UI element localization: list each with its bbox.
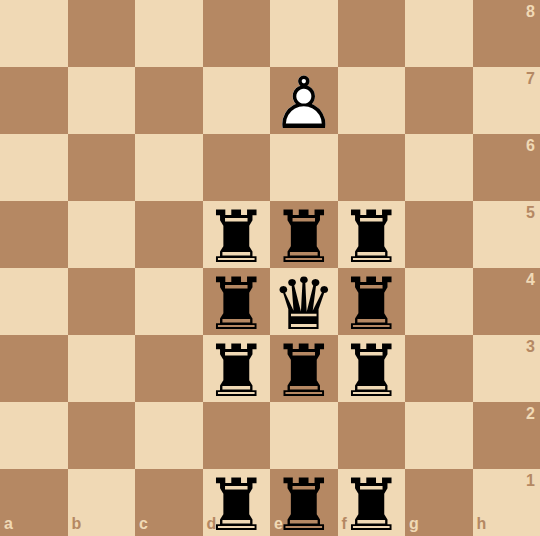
piece-black-rook[interactable]: ♜ xyxy=(270,203,338,270)
rank-label-4: 4 xyxy=(526,272,535,288)
piece-black-rook[interactable]: ♜ xyxy=(203,337,271,404)
square-h1[interactable]: h1 xyxy=(473,469,540,536)
square-b7[interactable] xyxy=(68,67,136,134)
square-f6[interactable] xyxy=(338,134,406,201)
square-b1[interactable]: b xyxy=(68,469,136,536)
square-e1[interactable]: e♜ xyxy=(270,469,338,536)
square-c4[interactable] xyxy=(135,268,203,335)
square-d6[interactable] xyxy=(203,134,271,201)
square-g6[interactable] xyxy=(405,134,473,201)
square-b4[interactable] xyxy=(68,268,136,335)
piece-black-rook[interactable]: ♜ xyxy=(203,203,271,270)
piece-black-rook[interactable]: ♜ xyxy=(203,270,271,337)
rank-label-8: 8 xyxy=(526,4,535,20)
square-e4[interactable]: ♛ xyxy=(270,268,338,335)
square-a7[interactable] xyxy=(0,67,68,134)
rank-label-5: 5 xyxy=(526,205,535,221)
square-f1[interactable]: f♜ xyxy=(338,469,406,536)
piece-black-rook[interactable]: ♜ xyxy=(270,337,338,404)
square-g8[interactable] xyxy=(405,0,473,67)
square-b2[interactable] xyxy=(68,402,136,469)
square-d8[interactable] xyxy=(203,0,271,67)
square-g1[interactable]: g xyxy=(405,469,473,536)
square-f5[interactable]: ♜ xyxy=(338,201,406,268)
square-b8[interactable] xyxy=(68,0,136,67)
square-b5[interactable] xyxy=(68,201,136,268)
piece-black-rook[interactable]: ♜ xyxy=(338,337,406,404)
square-h5[interactable]: 5 xyxy=(473,201,540,268)
board-screenshot: 8♟♙76♜♜♜5♜♛♜4♜♜♜32abcd♜e♜f♜gh1 xyxy=(0,0,540,536)
square-d5[interactable]: ♜ xyxy=(203,201,271,268)
square-h4[interactable]: 4 xyxy=(473,268,540,335)
square-e7[interactable]: ♟♙ xyxy=(270,67,338,134)
square-e3[interactable]: ♜ xyxy=(270,335,338,402)
square-h6[interactable]: 6 xyxy=(473,134,540,201)
piece-black-queen[interactable]: ♛ xyxy=(270,270,338,337)
square-b6[interactable] xyxy=(68,134,136,201)
rank-label-6: 6 xyxy=(526,138,535,154)
piece-white-pawn[interactable]: ♟♙ xyxy=(270,69,338,136)
square-a3[interactable] xyxy=(0,335,68,402)
square-c1[interactable]: c xyxy=(135,469,203,536)
square-d3[interactable]: ♜ xyxy=(203,335,271,402)
piece-black-rook[interactable]: ♜ xyxy=(338,471,406,536)
square-e6[interactable] xyxy=(270,134,338,201)
rank-label-3: 3 xyxy=(526,339,535,355)
square-a6[interactable] xyxy=(0,134,68,201)
square-g5[interactable] xyxy=(405,201,473,268)
white-piece-outline-glyph: ♙ xyxy=(270,69,338,136)
square-g7[interactable] xyxy=(405,67,473,134)
square-f7[interactable] xyxy=(338,67,406,134)
square-b3[interactable] xyxy=(68,335,136,402)
rank-label-7: 7 xyxy=(526,71,535,87)
square-c5[interactable] xyxy=(135,201,203,268)
square-a8[interactable] xyxy=(0,0,68,67)
square-c6[interactable] xyxy=(135,134,203,201)
square-g3[interactable] xyxy=(405,335,473,402)
file-label-h: h xyxy=(477,516,487,532)
square-e8[interactable] xyxy=(270,0,338,67)
square-e2[interactable] xyxy=(270,402,338,469)
square-a1[interactable]: a xyxy=(0,469,68,536)
square-f3[interactable]: ♜ xyxy=(338,335,406,402)
square-a4[interactable] xyxy=(0,268,68,335)
square-e5[interactable]: ♜ xyxy=(270,201,338,268)
square-g2[interactable] xyxy=(405,402,473,469)
file-label-b: b xyxy=(72,516,82,532)
square-h7[interactable]: 7 xyxy=(473,67,540,134)
file-label-c: c xyxy=(139,516,148,532)
square-h8[interactable]: 8 xyxy=(473,0,540,67)
piece-black-rook[interactable]: ♜ xyxy=(338,270,406,337)
square-f2[interactable] xyxy=(338,402,406,469)
piece-black-rook[interactable]: ♜ xyxy=(270,471,338,536)
square-d2[interactable] xyxy=(203,402,271,469)
square-d7[interactable] xyxy=(203,67,271,134)
file-label-g: g xyxy=(409,516,419,532)
rank-label-2: 2 xyxy=(526,406,535,422)
square-g4[interactable] xyxy=(405,268,473,335)
piece-black-rook[interactable]: ♜ xyxy=(338,203,406,270)
file-label-a: a xyxy=(4,516,13,532)
square-a2[interactable] xyxy=(0,402,68,469)
square-c2[interactable] xyxy=(135,402,203,469)
square-c8[interactable] xyxy=(135,0,203,67)
square-a5[interactable] xyxy=(0,201,68,268)
square-h3[interactable]: 3 xyxy=(473,335,540,402)
square-c7[interactable] xyxy=(135,67,203,134)
square-h2[interactable]: 2 xyxy=(473,402,540,469)
piece-black-rook[interactable]: ♜ xyxy=(203,471,271,536)
square-f8[interactable] xyxy=(338,0,406,67)
square-d1[interactable]: d♜ xyxy=(203,469,271,536)
rank-label-1: 1 xyxy=(526,473,535,489)
chess-board: 8♟♙76♜♜♜5♜♛♜4♜♜♜32abcd♜e♜f♜gh1 xyxy=(0,0,540,536)
square-f4[interactable]: ♜ xyxy=(338,268,406,335)
square-d4[interactable]: ♜ xyxy=(203,268,271,335)
square-c3[interactable] xyxy=(135,335,203,402)
